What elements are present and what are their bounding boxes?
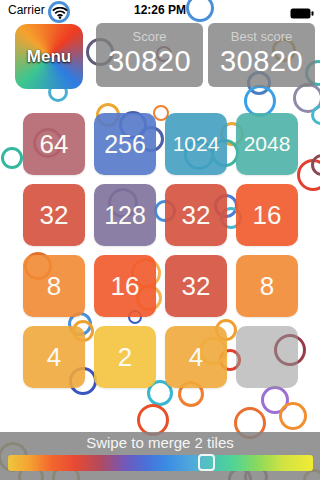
tile-8: 8 <box>236 255 298 317</box>
score-value: 30820 <box>96 45 203 78</box>
best-score-box: Best score 30820 <box>208 23 315 87</box>
battery-icon <box>290 5 314 23</box>
tile-4: 4 <box>23 326 85 388</box>
decorative-circle <box>311 105 320 125</box>
clock-label: 12:26 PM <box>0 3 320 17</box>
tile-256: 256 <box>94 113 156 175</box>
tile-4: 4 <box>165 326 227 388</box>
decorative-circle <box>1 147 23 169</box>
tile-2048: 2048 <box>236 113 298 175</box>
tile-64: 64 <box>23 113 85 175</box>
color-slider-track[interactable] <box>8 455 313 471</box>
status-bar: Carrier 12:26 PM <box>0 0 320 20</box>
menu-button[interactable]: Menu <box>15 24 83 89</box>
menu-button-label: Menu <box>27 47 71 67</box>
best-score-value: 30820 <box>208 45 315 78</box>
tile-empty <box>236 326 298 388</box>
tile-8: 8 <box>23 255 85 317</box>
tile-32: 32 <box>165 184 227 246</box>
score-label: Score <box>96 29 203 44</box>
tile-128: 128 <box>94 184 156 246</box>
tile-32: 32 <box>23 184 85 246</box>
tile-1024: 1024 <box>165 113 227 175</box>
best-score-label: Best score <box>208 29 315 44</box>
tile-2: 2 <box>94 326 156 388</box>
tile-32: 32 <box>165 255 227 317</box>
decorative-circle <box>279 402 307 430</box>
swipe-hint-label: Swipe to merge 2 tiles <box>0 434 320 451</box>
tile-16: 16 <box>94 255 156 317</box>
app-screen: Carrier 12:26 PM Menu Score 30820 Best s… <box>0 0 320 480</box>
game-board[interactable]: 6425610242048321283216816328424 <box>23 113 298 388</box>
color-slider-thumb[interactable] <box>198 454 215 471</box>
tile-16: 16 <box>236 184 298 246</box>
score-box: Score 30820 <box>96 23 203 87</box>
